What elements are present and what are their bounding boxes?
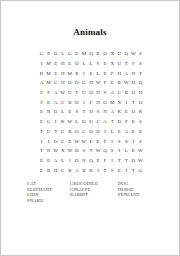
grid-cell[interactable]: E <box>102 68 109 78</box>
grid-cell[interactable]: O <box>80 117 87 127</box>
word-list-item: CROCODILE <box>70 181 98 187</box>
grid-cell[interactable]: O <box>73 127 80 137</box>
grid-cell[interactable]: K <box>59 117 66 127</box>
grid-cell[interactable]: I <box>102 127 109 137</box>
grid-cell[interactable]: O <box>52 136 59 146</box>
grid-cell[interactable]: L <box>109 127 116 137</box>
grid-cell[interactable]: S <box>137 117 144 127</box>
grid-cell[interactable]: T <box>87 146 94 156</box>
grid-cell[interactable]: D <box>73 97 80 107</box>
grid-cell[interactable]: H <box>59 78 66 88</box>
worksheet-page: Animals GPOLGEMQEDXUQWSIMEHEDLLVEXUTFSRM… <box>0 0 180 256</box>
grid-cell[interactable]: C <box>95 117 102 127</box>
grid-cell[interactable]: H <box>52 165 59 175</box>
grid-cell[interactable]: U <box>66 88 73 98</box>
grid-cell[interactable]: T <box>137 68 144 78</box>
grid-cell[interactable]: L <box>59 49 66 59</box>
grid-cell[interactable]: X <box>59 146 66 156</box>
grid-cell[interactable]: I <box>109 156 116 166</box>
grid-cell[interactable]: E <box>52 68 59 78</box>
grid-cell[interactable]: E <box>66 107 73 117</box>
grid-cell[interactable]: W <box>73 136 80 146</box>
grid-cell[interactable]: F <box>38 97 45 107</box>
grid-cell[interactable]: E <box>95 136 102 146</box>
grid-cell[interactable]: E <box>87 68 94 78</box>
grid-cell[interactable]: F <box>102 156 109 166</box>
grid-cell[interactable]: W <box>137 156 144 166</box>
grid-cell[interactable]: Q <box>102 146 109 156</box>
grid-cell[interactable]: O <box>73 156 80 166</box>
grid-cell[interactable]: A <box>109 107 116 117</box>
grid-cell[interactable]: P <box>109 68 116 78</box>
puzzle-title: Animals <box>1 27 179 37</box>
grid-cell[interactable]: A <box>109 88 116 98</box>
grid-cell[interactable]: M <box>80 49 87 59</box>
grid-cell[interactable]: O <box>130 88 137 98</box>
grid-cell[interactable]: O <box>137 97 144 107</box>
grid-cell[interactable]: T <box>130 165 137 175</box>
grid-cell[interactable]: B <box>80 165 87 175</box>
grid-cell[interactable]: L <box>95 68 102 78</box>
grid-cell[interactable]: A <box>52 156 59 166</box>
grid-cell[interactable]: H <box>95 97 102 107</box>
grid-cell[interactable]: T <box>73 88 80 98</box>
grid-cell[interactable]: E <box>130 117 137 127</box>
grid-cell[interactable]: Q <box>87 156 94 166</box>
grid-cell[interactable]: E <box>130 127 137 137</box>
grid-cell[interactable]: S <box>80 146 87 156</box>
grid-cell[interactable]: R <box>66 165 73 175</box>
grid-cell[interactable]: E <box>116 127 123 137</box>
grid-cell[interactable]: M <box>109 97 116 107</box>
grid-cell[interactable]: H <box>130 78 137 88</box>
grid-cell[interactable]: H <box>95 88 102 98</box>
grid-cell[interactable]: A <box>102 117 109 127</box>
grid-cell[interactable]: B <box>87 165 94 175</box>
grid-cell[interactable]: T <box>109 117 116 127</box>
grid-cell[interactable]: N <box>45 146 52 156</box>
grid-cell[interactable]: E <box>38 117 45 127</box>
grid-cell[interactable]: S <box>123 136 130 146</box>
grid-cell[interactable]: F <box>38 88 45 98</box>
grid-cell[interactable]: C <box>59 165 66 175</box>
grid-cell[interactable]: L <box>80 59 87 69</box>
grid-cell[interactable]: U <box>116 49 123 59</box>
grid-cell[interactable]: W <box>123 78 130 88</box>
grid-cell[interactable]: E <box>38 165 45 175</box>
grid-cell[interactable]: P <box>45 49 52 59</box>
grid-cell[interactable]: S <box>95 107 102 117</box>
grid-cell[interactable]: V <box>102 88 109 98</box>
grid-cell[interactable]: E <box>66 59 73 69</box>
grid-cell[interactable]: I <box>45 136 52 146</box>
grid-cell[interactable]: I <box>130 136 137 146</box>
grid-cell[interactable]: D <box>95 127 102 137</box>
word-list-column: CROCODILEGIRAFFERABBIT <box>70 181 98 198</box>
grid-cell[interactable]: R <box>66 127 73 137</box>
grid-cell[interactable]: D <box>66 78 73 88</box>
grid-cell[interactable]: H <box>137 88 144 98</box>
grid-cell[interactable]: L <box>59 107 66 117</box>
grid-cell[interactable]: T <box>38 146 45 156</box>
grid-cell[interactable]: I <box>80 68 87 78</box>
grid-cell[interactable]: O <box>87 88 94 98</box>
grid-cell[interactable]: V <box>95 59 102 69</box>
grid-cell[interactable]: G <box>80 78 87 88</box>
grid-cell[interactable]: E <box>52 59 59 69</box>
grid-cell[interactable]: N <box>130 68 137 78</box>
grid-cell[interactable]: T <box>52 127 59 137</box>
grid-cell[interactable]: W <box>130 49 137 59</box>
grid-cell[interactable]: H <box>87 107 94 117</box>
word-list-item: PENGUIN <box>118 192 140 198</box>
grid-cell[interactable]: C <box>52 78 59 88</box>
grid-cell[interactable]: S <box>116 136 123 146</box>
grid-cell[interactable]: W <box>95 78 102 88</box>
grid-cell[interactable]: A <box>73 165 80 175</box>
grid-cell[interactable]: E <box>95 156 102 166</box>
grid-cell[interactable]: S <box>137 49 144 59</box>
grid-cell[interactable]: T <box>123 156 130 166</box>
grid-cell[interactable]: I <box>109 136 116 146</box>
grid-cell[interactable]: L <box>73 117 80 127</box>
grid-cell[interactable]: U <box>116 59 123 69</box>
grid-cell[interactable]: W <box>137 146 144 156</box>
grid-cell[interactable]: E <box>102 59 109 69</box>
grid-cell[interactable]: O <box>102 97 109 107</box>
grid-cell[interactable]: F <box>123 117 130 127</box>
grid-cell[interactable]: I <box>66 156 73 166</box>
grid-cell[interactable]: E <box>137 127 144 137</box>
wordsearch-grid: GPOLGEMQEDXUQWSIMEHEDLLVEXUTFSRMEHMRIELE… <box>38 49 144 175</box>
grid-cell[interactable]: N <box>102 107 109 117</box>
grid-cell[interactable]: H <box>59 68 66 78</box>
grid-cell[interactable]: I <box>52 117 59 127</box>
grid-cell[interactable]: A <box>52 97 59 107</box>
grid-cell[interactable]: H <box>87 78 94 88</box>
grid-cell[interactable]: S <box>137 136 144 146</box>
grid-cell[interactable]: D <box>73 59 80 69</box>
grid-cell[interactable]: G <box>38 49 45 59</box>
grid-cell[interactable]: F <box>87 97 94 107</box>
grid-cell[interactable]: Q <box>137 78 144 88</box>
grid-cell[interactable]: O <box>130 156 137 166</box>
grid-cell[interactable]: T <box>102 165 109 175</box>
grid-cell[interactable]: I <box>123 165 130 175</box>
word-list-column: CATELEPHANTLIONSNAKE <box>27 181 52 203</box>
grid-cell[interactable]: A <box>123 68 130 78</box>
grid-cell[interactable]: C <box>80 127 87 137</box>
grid-cell[interactable]: N <box>80 156 87 166</box>
grid-cell[interactable]: O <box>73 78 80 88</box>
grid-cell[interactable]: E <box>123 107 130 117</box>
grid-cell[interactable]: S <box>73 107 80 117</box>
grid-cell[interactable]: I <box>123 97 130 107</box>
grid-cell[interactable]: C <box>59 136 66 146</box>
grid-cell[interactable]: G <box>137 165 144 175</box>
grid-cell[interactable]: X <box>109 49 116 59</box>
grid-cell[interactable]: L <box>87 59 94 69</box>
grid-cell[interactable]: B <box>66 97 73 107</box>
grid-cell[interactable]: D <box>73 146 80 156</box>
grid-cell[interactable]: M <box>45 78 52 88</box>
grid-cell[interactable]: I <box>95 165 102 175</box>
grid-cell[interactable]: R <box>123 88 130 98</box>
grid-cell[interactable]: I <box>116 146 123 156</box>
grid-cell[interactable]: E <box>130 146 137 156</box>
grid-cell[interactable]: C <box>116 88 123 98</box>
grid-cell[interactable]: U <box>80 88 87 98</box>
grid-cell[interactable]: Q <box>87 49 94 59</box>
grid-cell[interactable]: Q <box>123 49 130 59</box>
grid-cell[interactable]: E <box>87 136 94 146</box>
grid-cell[interactable]: W <box>52 146 59 156</box>
grid-cell[interactable]: T <box>38 127 45 137</box>
grid-cell[interactable]: X <box>116 97 123 107</box>
grid-cell[interactable]: O <box>52 49 59 59</box>
grid-cell[interactable]: M <box>45 68 52 78</box>
grid-cell[interactable]: I <box>38 136 45 146</box>
grid-cell[interactable]: E <box>73 49 80 59</box>
grid-cell[interactable]: E <box>38 156 45 166</box>
grid-cell[interactable]: M <box>45 59 52 69</box>
grid-cell[interactable]: F <box>102 136 109 146</box>
grid-cell[interactable]: H <box>59 59 66 69</box>
grid-cell[interactable]: D <box>102 49 109 59</box>
grid-cell[interactable]: F <box>130 59 137 69</box>
grid-cell[interactable]: U <box>87 117 94 127</box>
grid-cell[interactable]: C <box>59 97 66 107</box>
word-list-column: DOGHORSEPENGUIN <box>118 181 140 198</box>
grid-cell[interactable]: O <box>52 107 59 117</box>
grid-cell[interactable]: T <box>130 97 137 107</box>
word-list-item: RABBIT <box>70 192 98 198</box>
grid-cell[interactable]: W <box>66 117 73 127</box>
grid-cell[interactable]: L <box>59 156 66 166</box>
grid-cell[interactable]: P <box>45 88 52 98</box>
grid-cell[interactable]: E <box>116 165 123 175</box>
grid-cell[interactable]: A <box>52 88 59 98</box>
grid-cell[interactable]: T <box>116 156 123 166</box>
grid-cell[interactable]: F <box>102 78 109 88</box>
grid-cell[interactable]: G <box>66 49 73 59</box>
grid-cell[interactable]: T <box>80 107 87 117</box>
grid-cell[interactable]: S <box>109 165 116 175</box>
grid-cell[interactable]: T <box>123 59 130 69</box>
grid-cell[interactable]: N <box>45 107 52 117</box>
grid-cell[interactable]: A <box>38 78 45 88</box>
grid-cell[interactable]: S <box>137 59 144 69</box>
grid-cell[interactable]: E <box>66 136 73 146</box>
grid-cell[interactable]: K <box>116 107 123 117</box>
grid-cell[interactable]: R <box>38 68 45 78</box>
grid-cell[interactable]: E <box>45 97 52 107</box>
grid-cell[interactable]: E <box>45 156 52 166</box>
grid-cell[interactable]: A <box>123 127 130 137</box>
grid-cell[interactable]: B <box>116 78 123 88</box>
grid-cell[interactable]: S <box>109 146 116 156</box>
grid-cell[interactable]: X <box>109 59 116 69</box>
grid-cell[interactable]: U <box>45 127 52 137</box>
grid-cell[interactable]: C <box>59 127 66 137</box>
grid-cell[interactable]: E <box>38 107 45 117</box>
grid-cell[interactable]: O <box>87 127 94 137</box>
grid-cell[interactable]: L <box>123 146 130 156</box>
grid-cell[interactable]: D <box>116 117 123 127</box>
grid-cell[interactable]: I <box>38 59 45 69</box>
word-list-item: SNAKE <box>27 198 52 204</box>
word-list: CATELEPHANTLIONSNAKE CROCODILEGIRAFFERAB… <box>27 181 162 207</box>
grid-cell[interactable]: G <box>45 117 52 127</box>
grid-cell[interactable]: B <box>45 165 52 175</box>
grid-cell[interactable]: E <box>109 78 116 88</box>
grid-cell[interactable]: W <box>95 146 102 156</box>
grid-cell[interactable]: W <box>80 136 87 146</box>
grid-cell[interactable]: H <box>116 68 123 78</box>
grid-cell[interactable]: O <box>130 107 137 117</box>
grid-cell[interactable]: W <box>66 146 73 156</box>
grid-cell[interactable]: W <box>59 88 66 98</box>
grid-cell[interactable]: R <box>137 107 144 117</box>
grid-cell[interactable]: I <box>80 97 87 107</box>
grid-cell[interactable]: R <box>73 68 80 78</box>
grid-cell[interactable]: M <box>66 68 73 78</box>
grid-cell[interactable]: E <box>95 49 102 59</box>
